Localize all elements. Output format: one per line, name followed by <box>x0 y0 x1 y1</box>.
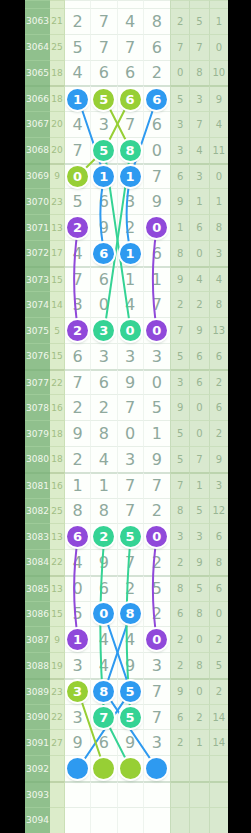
period-id <box>25 0 50 8</box>
digit-cell: 9 <box>65 729 91 755</box>
digit-cell: 2 <box>91 523 117 549</box>
hit-circle-purple: 0 <box>146 526 167 547</box>
hit-circle-green: 3 <box>67 681 88 702</box>
stat-value: 1 <box>209 8 228 34</box>
hit-circle-purple: 0 <box>146 320 167 341</box>
stat-value: 6 <box>209 343 228 369</box>
digit-cell: 3 <box>144 652 170 678</box>
stat-value: 4 <box>209 111 228 137</box>
stat-value <box>189 755 208 781</box>
table-row: 3072174616803 <box>25 240 228 266</box>
stat-value: 0 <box>209 163 228 189</box>
period-id: 3069 <box>25 163 50 189</box>
stat-value: 1 <box>189 472 208 498</box>
stat-value: 9 <box>170 188 189 214</box>
digit-cell <box>144 781 170 807</box>
sum-value: 16 <box>50 472 65 498</box>
stat-value: 4 <box>189 137 208 163</box>
period-id: 3063 <box>25 8 50 34</box>
sum-value: 16 <box>50 394 65 420</box>
stat-value: 3 <box>170 369 189 395</box>
digit-cell: 7 <box>144 472 170 498</box>
digit-cell <box>118 807 144 833</box>
digit-cell: 7 <box>118 111 144 137</box>
digit-cell: 6 <box>144 111 170 137</box>
sum-value: 23 <box>50 188 65 214</box>
period-id: 3064 <box>25 34 50 60</box>
stat-value: 0 <box>189 420 208 446</box>
digit-cell: 6 <box>91 729 117 755</box>
stat-value: 2 <box>170 549 189 575</box>
stat-value: 1 <box>189 188 208 214</box>
digit-cell <box>144 0 170 8</box>
digit-cell: 2 <box>118 575 144 601</box>
period-id: 3085 <box>25 575 50 601</box>
digit-cell: 7 <box>144 291 170 317</box>
stat-value <box>170 807 189 833</box>
digit-cell: 1 <box>118 163 144 189</box>
stat-value: 8 <box>189 60 208 86</box>
stat-value: 3 <box>170 137 189 163</box>
digit-cell <box>65 755 91 781</box>
digit-cell: 7 <box>118 34 144 60</box>
sum-value: 25 <box>50 498 65 524</box>
stat-value: 6 <box>170 704 189 730</box>
digit-cell: 2 <box>144 601 170 627</box>
stat-value: 8 <box>189 652 208 678</box>
hit-circle-mint: 5 <box>120 526 141 547</box>
digit-cell: 6 <box>65 523 91 549</box>
stat-value: 10 <box>209 60 228 86</box>
digit-cell: 0 <box>91 291 117 317</box>
stat-value: 4 <box>189 266 208 292</box>
stat-value: 2 <box>170 8 189 34</box>
hit-circle-green: 6 <box>120 89 141 110</box>
stat-value: 5 <box>209 652 228 678</box>
stat-value: 5 <box>189 575 208 601</box>
digit-cell: 3 <box>118 446 144 472</box>
table-row: 3094 <box>25 807 228 833</box>
hit-circle-purple: 2 <box>67 217 88 238</box>
hit-circle-mint: 2 <box>93 526 114 547</box>
digit-cell <box>65 807 91 833</box>
sum-value: 22 <box>50 549 65 575</box>
stat-value: 14 <box>209 704 228 730</box>
table-row: 3079189801502 <box>25 420 228 446</box>
digit-cell: 1 <box>91 163 117 189</box>
digit-cell: 2 <box>65 394 91 420</box>
period-id: 3075 <box>25 317 50 343</box>
table-row: 3071132920168 <box>25 214 228 240</box>
hit-circle-blue: 1 <box>120 166 141 187</box>
digit-cell: 2 <box>144 549 170 575</box>
digit-cell: 0 <box>144 626 170 652</box>
digit-cell: 0 <box>118 420 144 446</box>
stat-value: 2 <box>209 369 228 395</box>
digit-cell: 6 <box>144 85 170 111</box>
stat-value: 6 <box>209 394 228 420</box>
sum-value: 9 <box>50 626 65 652</box>
stat-value: 0 <box>170 60 189 86</box>
stat-value <box>170 781 189 807</box>
stat-value: 5 <box>170 420 189 446</box>
table-row: 3088193493285 <box>25 652 228 678</box>
period-id: 3070 <box>25 188 50 214</box>
hit-circle-purple: 2 <box>67 320 88 341</box>
sum-value: 15 <box>50 601 65 627</box>
period-id: 3093 <box>25 781 50 807</box>
digit-cell: 6 <box>118 85 144 111</box>
period-id: 3083 <box>25 523 50 549</box>
stat-value: 12 <box>209 498 228 524</box>
hit-circle-mint: 5 <box>120 707 141 728</box>
period-id: 3076 <box>25 343 50 369</box>
digit-cell: 7 <box>91 8 117 34</box>
stat-value: 9 <box>170 394 189 420</box>
digit-cell: 4 <box>91 446 117 472</box>
digit-cell: 6 <box>144 34 170 60</box>
digit-cell: 8 <box>91 678 117 704</box>
table-row: 3084224972298 <box>25 549 228 575</box>
stat-value: 3 <box>209 472 228 498</box>
digit-cell: 4 <box>118 291 144 317</box>
stat-value: 0 <box>209 34 228 60</box>
digit-cell <box>118 0 144 8</box>
digit-cell: 7 <box>118 549 144 575</box>
sum-value: 23 <box>50 678 65 704</box>
digit-cell: 3 <box>118 343 144 369</box>
stat-value: 3 <box>189 523 208 549</box>
hit-circle-blue: 0 <box>93 603 114 624</box>
period-id: 3073 <box>25 266 50 292</box>
digit-cell <box>91 807 117 833</box>
digit-cell: 6 <box>91 369 117 395</box>
hit-circle-mint: 8 <box>120 140 141 161</box>
digit-cell: 1 <box>118 266 144 292</box>
stat-value <box>209 781 228 807</box>
digit-cell: 6 <box>91 266 117 292</box>
table-row: 3073157611944 <box>25 266 228 292</box>
digit-cell: 9 <box>91 549 117 575</box>
stat-value: 13 <box>209 317 228 343</box>
stat-value: 9 <box>189 317 208 343</box>
sum-value: 13 <box>50 575 65 601</box>
stat-value: 7 <box>189 111 208 137</box>
digit-cell: 1 <box>91 472 117 498</box>
digit-cell: 0 <box>144 137 170 163</box>
stat-value: 2 <box>189 291 208 317</box>
digit-cell: 3 <box>144 343 170 369</box>
stat-value <box>170 0 189 8</box>
stat-value: 14 <box>209 729 228 755</box>
digit-cell: 7 <box>144 704 170 730</box>
digit-cell: 6 <box>91 188 117 214</box>
digit-cell: 5 <box>91 137 117 163</box>
period-id: 3078 <box>25 394 50 420</box>
stat-value <box>189 0 208 8</box>
hit-circle-blue: 8 <box>93 681 114 702</box>
table-row: 3089233857902 <box>25 678 228 704</box>
stat-value: 8 <box>170 498 189 524</box>
period-id: 3077 <box>25 369 50 395</box>
stat-value: 6 <box>189 343 208 369</box>
table-row: 3077227690362 <box>25 369 228 395</box>
digit-cell: 5 <box>144 394 170 420</box>
period-id: 3079 <box>25 420 50 446</box>
stat-value: 7 <box>170 472 189 498</box>
digit-cell: 7 <box>144 163 170 189</box>
table-row: 3074143047228 <box>25 291 228 317</box>
stat-value: 0 <box>189 394 208 420</box>
digit-cell: 8 <box>118 601 144 627</box>
digit-cell: 9 <box>144 188 170 214</box>
stat-value: 8 <box>189 601 208 627</box>
period-id: 3087 <box>25 626 50 652</box>
hit-circle-blue: 8 <box>120 603 141 624</box>
digit-cell: 0 <box>144 214 170 240</box>
stat-value: 9 <box>170 678 189 704</box>
period-id: 3088 <box>25 652 50 678</box>
digit-cell: 7 <box>118 472 144 498</box>
stat-value: 0 <box>189 626 208 652</box>
period-id: 3089 <box>25 678 50 704</box>
digit-cell: 3 <box>91 111 117 137</box>
prediction-circle-green <box>93 758 114 779</box>
stat-value: 3 <box>209 240 228 266</box>
digit-cell: 7 <box>91 34 117 60</box>
digit-cell <box>65 781 91 807</box>
period-id: 3065 <box>25 60 50 86</box>
digit-cell: 7 <box>91 704 117 730</box>
table-row: 30682075803411 <box>25 137 228 163</box>
stat-value: 5 <box>170 446 189 472</box>
stat-value <box>189 807 208 833</box>
table-row: 3078162275906 <box>25 394 228 420</box>
digit-cell <box>144 807 170 833</box>
digit-cell <box>91 781 117 807</box>
table-row: 3066181566539 <box>25 85 228 111</box>
digit-cell: 7 <box>118 394 144 420</box>
stat-value <box>189 781 208 807</box>
stat-value: 8 <box>170 575 189 601</box>
period-id: 3067 <box>25 111 50 137</box>
digit-cell: 7 <box>65 266 91 292</box>
stat-value: 2 <box>209 420 228 446</box>
table-row: 3080182439579 <box>25 446 228 472</box>
digit-cell <box>144 755 170 781</box>
period-id: 3091 <box>25 729 50 755</box>
stat-value: 9 <box>189 549 208 575</box>
prediction-circle-blue <box>146 758 167 779</box>
digit-cell: 2 <box>118 214 144 240</box>
sum-value: 27 <box>50 729 65 755</box>
stat-value: 8 <box>209 291 228 317</box>
hit-circle-mint: 7 <box>93 707 114 728</box>
digit-cell: 5 <box>118 704 144 730</box>
digit-cell: 2 <box>65 8 91 34</box>
stat-value: 2 <box>189 704 208 730</box>
hit-circle-purple: 0 <box>146 629 167 650</box>
digit-cell: 2 <box>91 394 117 420</box>
stat-value: 1 <box>209 188 228 214</box>
hit-circle-blue: 1 <box>67 89 88 110</box>
period-id: 3084 <box>25 549 50 575</box>
digit-cell: 0 <box>144 317 170 343</box>
table-row: 3093 <box>25 781 228 807</box>
screen: { "game": "3d-lottery-number-trend-chart… <box>0 0 251 833</box>
stat-value: 6 <box>189 214 208 240</box>
hit-circle-purple: 6 <box>67 526 88 547</box>
table-row: 30651846620810 <box>25 60 228 86</box>
stat-value: 7 <box>170 34 189 60</box>
digit-cell: 6 <box>91 60 117 86</box>
digit-cell: 5 <box>144 575 170 601</box>
table-row: 30912796932114 <box>25 729 228 755</box>
digit-cell: 7 <box>144 678 170 704</box>
digit-cell: 1 <box>65 626 91 652</box>
digit-cell: 4 <box>65 549 91 575</box>
digit-cell: 5 <box>118 678 144 704</box>
digit-cell: 4 <box>65 240 91 266</box>
digit-cell: 6 <box>144 240 170 266</box>
digit-cell: 6 <box>65 343 91 369</box>
sum-value: 18 <box>50 446 65 472</box>
digit-cell: 0 <box>144 369 170 395</box>
stat-value: 0 <box>189 240 208 266</box>
period-id: 3081 <box>25 472 50 498</box>
digit-cell: 3 <box>91 343 117 369</box>
stat-value: 5 <box>170 85 189 111</box>
stat-value: 6 <box>209 523 228 549</box>
digit-cell: 5 <box>65 188 91 214</box>
stat-value: 9 <box>209 446 228 472</box>
table-row: 3063212748251 <box>25 8 228 34</box>
digit-cell: 8 <box>65 498 91 524</box>
sum-value <box>50 0 65 8</box>
digit-cell: 1 <box>65 472 91 498</box>
digit-cell: 6 <box>118 60 144 86</box>
digit-cell: 8 <box>118 137 144 163</box>
digit-cell: 3 <box>65 291 91 317</box>
digit-cell: 5 <box>65 601 91 627</box>
stat-value: 9 <box>209 85 228 111</box>
digit-cell <box>118 755 144 781</box>
digit-cell: 4 <box>65 60 91 86</box>
stat-value: 2 <box>170 652 189 678</box>
digit-cell: 5 <box>118 523 144 549</box>
stat-value: 7 <box>170 317 189 343</box>
table-row: 3067204376374 <box>25 111 228 137</box>
period-id: 3082 <box>25 498 50 524</box>
digit-cell: 8 <box>144 8 170 34</box>
digit-cell: 0 <box>118 317 144 343</box>
stat-value <box>170 755 189 781</box>
stat-value: 1 <box>189 729 208 755</box>
digit-cell: 9 <box>118 369 144 395</box>
sum-value: 20 <box>50 137 65 163</box>
digit-cell: 1 <box>144 266 170 292</box>
hit-circle-blue: 5 <box>120 681 141 702</box>
hit-circle-mint: 0 <box>120 320 141 341</box>
stat-value: 6 <box>170 601 189 627</box>
period-id: 3080 <box>25 446 50 472</box>
digit-cell: 2 <box>65 446 91 472</box>
digit-cell: 3 <box>65 704 91 730</box>
digit-cell <box>91 0 117 8</box>
stat-value: 11 <box>209 137 228 163</box>
sum-value: 20 <box>50 111 65 137</box>
stat-value <box>209 755 228 781</box>
digit-cell <box>118 781 144 807</box>
sum-value: 14 <box>50 291 65 317</box>
sum-value: 17 <box>50 240 65 266</box>
prediction-circle-green <box>120 758 141 779</box>
sum-value: 15 <box>50 266 65 292</box>
hit-circle-purple: 1 <box>67 629 88 650</box>
digit-cell: 9 <box>144 446 170 472</box>
sum-value <box>50 807 65 833</box>
digit-cell: 0 <box>65 575 91 601</box>
period-id: 3071 <box>25 214 50 240</box>
stat-value: 2 <box>170 729 189 755</box>
hit-circle-blue: 1 <box>93 166 114 187</box>
trend-table: 3063212748251306425577677030651846620810… <box>25 0 228 833</box>
stat-value: 5 <box>170 343 189 369</box>
hit-circle-mint: 5 <box>93 140 114 161</box>
digit-cell: 9 <box>91 214 117 240</box>
digit-cell: 0 <box>91 601 117 627</box>
stat-value: 6 <box>209 575 228 601</box>
table-row: 3083136250336 <box>25 523 228 549</box>
hit-circle-purple: 0 <box>146 217 167 238</box>
digit-cell: 2 <box>144 498 170 524</box>
hit-circle-blue: 6 <box>93 243 114 264</box>
digit-cell: 1 <box>65 85 91 111</box>
sum-value: 13 <box>50 214 65 240</box>
prediction-circle-blue <box>67 758 88 779</box>
digit-cell: 4 <box>91 652 117 678</box>
period-id: 3072 <box>25 240 50 266</box>
table-row: 30902237576214 <box>25 704 228 730</box>
digit-cell: 7 <box>65 369 91 395</box>
sum-value: 18 <box>50 60 65 86</box>
stat-value: 3 <box>189 85 208 111</box>
digit-cell: 8 <box>91 420 117 446</box>
digit-cell: 9 <box>65 420 91 446</box>
table-row: 3070235639911 <box>25 188 228 214</box>
digit-cell: 8 <box>91 498 117 524</box>
sum-value: 22 <box>50 369 65 395</box>
hit-circle-green: 5 <box>93 89 114 110</box>
digit-cell: 0 <box>144 523 170 549</box>
sum-value: 15 <box>50 343 65 369</box>
sum-value: 22 <box>50 704 65 730</box>
stat-value: 4 <box>209 266 228 292</box>
table-row: 3081161177713 <box>25 472 228 498</box>
stat-value <box>209 0 228 8</box>
digit-cell: 9 <box>118 729 144 755</box>
digit-cell: 3 <box>91 317 117 343</box>
hit-circle-blue: 1 <box>120 243 141 264</box>
digit-cell: 1 <box>144 420 170 446</box>
stat-value <box>209 807 228 833</box>
stat-value: 9 <box>170 266 189 292</box>
table-row: 306990117630 <box>25 163 228 189</box>
stat-value: 1 <box>170 214 189 240</box>
period-id: 3074 <box>25 291 50 317</box>
period-id: 3090 <box>25 704 50 730</box>
stat-value: 0 <box>209 601 228 627</box>
